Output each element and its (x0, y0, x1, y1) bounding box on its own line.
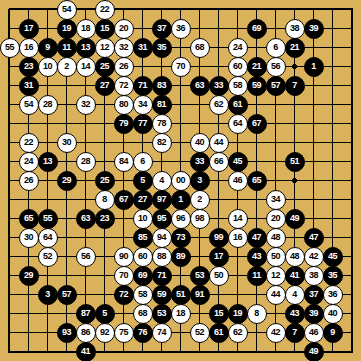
board-intersection[interactable] (323, 114, 342, 133)
board-intersection[interactable] (266, 0, 285, 19)
board-intersection[interactable] (247, 342, 266, 361)
board-intersection[interactable] (76, 171, 95, 190)
board-intersection[interactable] (0, 0, 19, 19)
board-intersection[interactable] (57, 76, 76, 95)
board-intersection[interactable] (323, 95, 342, 114)
board-intersection[interactable] (266, 152, 285, 171)
white-stone-50: 50 (209, 266, 229, 286)
board-intersection[interactable] (285, 114, 304, 133)
black-stone-17: 17 (209, 247, 229, 267)
white-stone-46: 46 (304, 323, 324, 343)
black-stone-49: 49 (304, 342, 324, 361)
board-intersection[interactable] (171, 38, 190, 57)
black-stone-25: 25 (95, 57, 115, 77)
board-intersection[interactable] (228, 247, 247, 266)
board-intersection[interactable] (95, 152, 114, 171)
board-intersection[interactable] (0, 266, 19, 285)
black-stone-77: 77 (133, 114, 153, 134)
black-stone-27: 27 (133, 190, 153, 210)
board-intersection[interactable] (171, 95, 190, 114)
board-intersection[interactable] (266, 95, 285, 114)
board-intersection[interactable] (285, 133, 304, 152)
white-stone-34: 34 (133, 95, 153, 115)
board-intersection[interactable] (247, 0, 266, 19)
board-intersection[interactable] (209, 190, 228, 209)
board-intersection[interactable] (190, 114, 209, 133)
board-intersection[interactable] (342, 285, 361, 304)
board-intersection[interactable] (228, 19, 247, 38)
board-intersection[interactable] (342, 228, 361, 247)
board-intersection[interactable] (114, 209, 133, 228)
board-intersection[interactable] (19, 342, 38, 361)
black-stone-5: 5 (95, 304, 115, 324)
board-intersection[interactable] (76, 114, 95, 133)
board-intersection[interactable] (0, 133, 19, 152)
white-stone-20: 20 (266, 209, 286, 229)
black-stone-13: 13 (38, 152, 58, 172)
board-intersection[interactable] (19, 0, 38, 19)
black-stone-7: 7 (285, 323, 305, 343)
board-intersection[interactable] (266, 114, 285, 133)
white-stone-6: 6 (133, 152, 153, 172)
board-intersection[interactable] (247, 38, 266, 57)
board-intersection[interactable] (342, 152, 361, 171)
board-intersection[interactable] (266, 342, 285, 361)
white-stone-42: 42 (304, 247, 324, 267)
board-intersection[interactable] (95, 266, 114, 285)
board-intersection[interactable] (0, 95, 19, 114)
white-stone-62: 62 (228, 323, 248, 343)
board-intersection[interactable] (209, 171, 228, 190)
board-intersection[interactable] (304, 133, 323, 152)
board-intersection[interactable] (304, 190, 323, 209)
white-stone-26: 26 (19, 171, 39, 191)
board-intersection[interactable] (342, 95, 361, 114)
white-stone-12: 12 (266, 266, 286, 286)
white-stone-56: 56 (76, 247, 96, 267)
board-intersection[interactable] (19, 247, 38, 266)
board-intersection[interactable] (323, 57, 342, 76)
white-stone-8: 8 (95, 190, 115, 210)
board-intersection[interactable] (323, 133, 342, 152)
board-intersection[interactable] (323, 76, 342, 95)
board-intersection[interactable] (228, 190, 247, 209)
board-intersection[interactable] (76, 190, 95, 209)
white-stone-14: 14 (228, 209, 248, 229)
board-intersection[interactable] (0, 76, 19, 95)
board-intersection[interactable] (57, 152, 76, 171)
board-intersection[interactable] (57, 247, 76, 266)
board-intersection[interactable] (209, 114, 228, 133)
board-intersection[interactable] (133, 19, 152, 38)
white-stone-66: 66 (209, 152, 229, 172)
board-intersection[interactable] (152, 342, 171, 361)
board-intersection[interactable] (76, 266, 95, 285)
board-intersection[interactable] (38, 190, 57, 209)
board-intersection[interactable] (342, 342, 361, 361)
board-intersection[interactable] (190, 57, 209, 76)
board-intersection[interactable] (228, 285, 247, 304)
board-intersection[interactable] (19, 304, 38, 323)
board-intersection[interactable] (171, 133, 190, 152)
board-intersection[interactable] (247, 209, 266, 228)
board-intersection[interactable] (76, 76, 95, 95)
black-stone-89: 89 (171, 247, 191, 267)
board-intersection[interactable] (38, 114, 57, 133)
board-intersection[interactable] (247, 152, 266, 171)
board-intersection[interactable] (38, 323, 57, 342)
black-stone-3: 3 (190, 171, 210, 191)
board-intersection[interactable] (323, 38, 342, 57)
board-intersection[interactable] (114, 342, 133, 361)
white-stone-32: 32 (114, 38, 134, 58)
board-intersection[interactable] (0, 323, 19, 342)
board-intersection[interactable] (285, 0, 304, 19)
black-stone-63: 63 (76, 209, 96, 229)
board-intersection[interactable] (95, 95, 114, 114)
black-stone-53: 53 (190, 266, 210, 286)
white-stone-74: 74 (152, 323, 172, 343)
black-stone-81: 81 (152, 95, 172, 115)
board-intersection[interactable] (95, 228, 114, 247)
board-intersection[interactable] (38, 171, 57, 190)
board-intersection[interactable] (133, 342, 152, 361)
board-intersection[interactable] (171, 152, 190, 171)
board-intersection[interactable] (114, 171, 133, 190)
board-intersection[interactable] (342, 38, 361, 57)
board-intersection[interactable] (0, 190, 19, 209)
black-stone-59: 59 (247, 76, 267, 96)
board-intersection[interactable] (133, 133, 152, 152)
board-intersection[interactable] (95, 114, 114, 133)
board-intersection[interactable] (76, 228, 95, 247)
board-intersection[interactable] (76, 133, 95, 152)
board-intersection[interactable] (342, 0, 361, 19)
white-stone-70: 70 (171, 57, 191, 77)
board-intersection[interactable] (209, 0, 228, 19)
white-stone-72: 72 (114, 76, 134, 96)
white-stone-48: 48 (285, 247, 305, 267)
board-intersection[interactable] (57, 114, 76, 133)
white-stone-28: 28 (38, 95, 58, 115)
black-stone-45: 45 (228, 152, 248, 172)
white-stone-70: 70 (114, 266, 134, 286)
board-intersection[interactable] (304, 171, 323, 190)
white-stone-12: 12 (95, 38, 115, 58)
white-stone-00: 00 (171, 171, 191, 191)
board-intersection[interactable] (323, 171, 342, 190)
board-intersection[interactable] (0, 304, 19, 323)
board-intersection[interactable] (57, 304, 76, 323)
black-stone-7: 7 (285, 76, 305, 96)
board-intersection[interactable] (266, 19, 285, 38)
board-intersection[interactable] (19, 323, 38, 342)
board-intersection[interactable] (342, 190, 361, 209)
board-intersection[interactable] (38, 342, 57, 361)
board-intersection[interactable] (0, 171, 19, 190)
board-intersection[interactable] (57, 190, 76, 209)
board-intersection[interactable] (95, 342, 114, 361)
board-intersection[interactable] (285, 342, 304, 361)
board-intersection[interactable] (209, 285, 228, 304)
board-intersection[interactable] (152, 57, 171, 76)
board-intersection[interactable] (228, 342, 247, 361)
black-stone-1: 1 (304, 57, 324, 77)
board-intersection[interactable] (95, 247, 114, 266)
black-stone-19: 19 (228, 304, 248, 324)
board-intersection[interactable] (342, 323, 361, 342)
black-stone-11: 11 (57, 38, 77, 58)
white-stone-10: 10 (38, 57, 58, 77)
white-stone-80: 80 (114, 95, 134, 115)
black-stone-27: 27 (95, 76, 115, 96)
board-intersection[interactable] (285, 57, 304, 76)
white-stone-86: 86 (76, 323, 96, 343)
white-stone-28: 28 (76, 152, 96, 172)
board-intersection[interactable] (19, 114, 38, 133)
board-intersection[interactable] (114, 304, 133, 323)
board-intersection[interactable] (190, 95, 209, 114)
board-intersection[interactable] (247, 133, 266, 152)
black-stone-3: 3 (38, 285, 58, 305)
white-stone-26: 26 (114, 57, 134, 77)
board-intersection[interactable] (209, 209, 228, 228)
black-stone-65: 65 (19, 209, 39, 229)
board-intersection[interactable] (342, 57, 361, 76)
board-intersection[interactable] (38, 19, 57, 38)
board-intersection[interactable] (114, 228, 133, 247)
board-intersection[interactable] (114, 0, 133, 19)
board-intersection[interactable] (0, 114, 19, 133)
board-intersection[interactable] (342, 171, 361, 190)
white-stone-96: 96 (171, 209, 191, 229)
white-stone-52: 52 (38, 247, 58, 267)
board-intersection[interactable] (304, 209, 323, 228)
white-stone-38: 38 (304, 266, 324, 286)
board-intersection[interactable] (190, 19, 209, 38)
board-intersection[interactable] (209, 342, 228, 361)
board-intersection[interactable] (190, 228, 209, 247)
white-stone-78: 78 (152, 114, 172, 134)
board-intersection[interactable] (57, 209, 76, 228)
black-stone-51: 51 (171, 285, 191, 305)
white-stone-24: 24 (19, 152, 39, 172)
white-stone-8: 8 (247, 304, 267, 324)
board-intersection[interactable] (209, 38, 228, 57)
black-stone-76: 76 (133, 323, 153, 343)
board-intersection[interactable] (285, 171, 304, 190)
white-stone-90: 90 (114, 247, 134, 267)
board-intersection[interactable] (266, 171, 285, 190)
board-intersection[interactable] (0, 342, 19, 361)
black-stone-61: 61 (228, 95, 248, 115)
board-intersection[interactable] (171, 342, 190, 361)
black-stone-31: 31 (133, 38, 153, 58)
board-intersection[interactable] (38, 133, 57, 152)
board-intersection[interactable] (57, 342, 76, 361)
go-board: 5422171918152037366938395516911131232313… (0, 0, 361, 361)
board-intersection[interactable] (323, 19, 342, 38)
black-stone-1: 1 (171, 190, 191, 210)
board-intersection[interactable] (190, 342, 209, 361)
black-stone-21: 21 (247, 57, 267, 77)
white-stone-92: 92 (95, 323, 115, 343)
black-stone-15: 15 (209, 304, 229, 324)
board-intersection[interactable] (323, 0, 342, 19)
board-intersection[interactable] (190, 0, 209, 19)
black-stone-15: 15 (95, 19, 115, 39)
board-intersection[interactable] (285, 228, 304, 247)
white-stone-38: 38 (285, 19, 305, 39)
board-intersection[interactable] (171, 266, 190, 285)
board-intersection[interactable] (0, 209, 19, 228)
black-stone-97: 97 (152, 190, 172, 210)
white-stone-68: 68 (133, 304, 153, 324)
white-stone-36: 36 (171, 19, 191, 39)
board-intersection[interactable] (304, 114, 323, 133)
white-stone-68: 68 (190, 38, 210, 58)
board-intersection[interactable] (0, 57, 19, 76)
board-intersection[interactable] (133, 57, 152, 76)
board-intersection[interactable] (152, 152, 171, 171)
board-intersection[interactable] (0, 228, 19, 247)
white-stone-46: 46 (228, 171, 248, 191)
board-intersection[interactable] (95, 285, 114, 304)
black-stone-11: 11 (247, 266, 267, 286)
board-intersection[interactable] (342, 19, 361, 38)
board-intersection[interactable] (247, 95, 266, 114)
black-stone-33: 33 (190, 152, 210, 172)
board-intersection[interactable] (38, 304, 57, 323)
board-intersection[interactable] (76, 0, 95, 19)
board-intersection[interactable] (323, 209, 342, 228)
board-intersection[interactable] (0, 152, 19, 171)
board-intersection[interactable] (209, 19, 228, 38)
board-intersection[interactable] (190, 304, 209, 323)
board-intersection[interactable] (342, 209, 361, 228)
board-intersection[interactable] (342, 304, 361, 323)
board-intersection[interactable] (323, 228, 342, 247)
black-stone-69: 69 (247, 19, 267, 39)
board-intersection[interactable] (342, 133, 361, 152)
board-intersection[interactable] (285, 95, 304, 114)
board-intersection[interactable] (0, 285, 19, 304)
board-intersection[interactable] (171, 0, 190, 19)
white-stone-54: 54 (19, 95, 39, 115)
board-intersection[interactable] (76, 285, 95, 304)
board-intersection[interactable] (152, 0, 171, 19)
white-stone-75: 75 (114, 323, 134, 343)
board-intersection[interactable] (266, 133, 285, 152)
board-intersection[interactable] (38, 0, 57, 19)
board-intersection[interactable] (228, 133, 247, 152)
black-stone-25: 25 (95, 171, 115, 191)
black-stone-43: 43 (285, 304, 305, 324)
board-intersection[interactable] (38, 76, 57, 95)
board-intersection[interactable] (114, 133, 133, 152)
board-intersection[interactable] (342, 114, 361, 133)
board-intersection[interactable] (95, 133, 114, 152)
board-intersection[interactable] (247, 190, 266, 209)
board-intersection[interactable] (342, 247, 361, 266)
board-intersection[interactable] (57, 228, 76, 247)
white-stone-16: 16 (19, 38, 39, 58)
board-intersection[interactable] (247, 285, 266, 304)
board-intersection[interactable] (228, 266, 247, 285)
board-intersection[interactable] (266, 304, 285, 323)
white-stone-44: 44 (266, 285, 286, 305)
board-intersection[interactable] (19, 190, 38, 209)
board-intersection[interactable] (304, 76, 323, 95)
board-intersection[interactable] (304, 0, 323, 19)
black-stone-67: 67 (114, 190, 134, 210)
board-intersection[interactable] (247, 323, 266, 342)
white-stone-82: 82 (152, 133, 172, 153)
white-stone-62: 62 (209, 95, 229, 115)
black-stone-41: 41 (76, 342, 96, 361)
board-intersection[interactable] (0, 247, 19, 266)
black-stone-41: 41 (285, 266, 305, 286)
board-intersection[interactable] (57, 266, 76, 285)
black-stone-13: 13 (76, 38, 96, 58)
black-stone-37: 37 (152, 19, 172, 39)
board-intersection[interactable] (171, 114, 190, 133)
white-stone-98: 98 (190, 209, 210, 229)
board-intersection[interactable] (323, 342, 342, 361)
board-intersection[interactable] (323, 152, 342, 171)
black-stone-35: 35 (323, 266, 343, 286)
white-stone-58: 58 (133, 285, 153, 305)
board-intersection[interactable] (209, 57, 228, 76)
board-intersection[interactable] (304, 152, 323, 171)
white-stone-60: 60 (133, 247, 153, 267)
board-intersection[interactable] (171, 323, 190, 342)
board-intersection[interactable] (285, 190, 304, 209)
black-stone-21: 21 (285, 38, 305, 58)
board-intersection[interactable] (304, 95, 323, 114)
black-stone-91: 91 (190, 285, 210, 305)
white-stone-52: 52 (190, 323, 210, 343)
board-intersection[interactable] (323, 190, 342, 209)
board-intersection[interactable] (57, 95, 76, 114)
white-stone-44: 44 (209, 133, 229, 153)
board-intersection[interactable] (0, 19, 19, 38)
black-stone-99: 99 (209, 228, 229, 248)
board-intersection[interactable] (133, 0, 152, 19)
black-stone-57: 57 (266, 76, 286, 96)
black-stone-87: 87 (76, 304, 96, 324)
white-stone-4: 4 (152, 171, 172, 191)
white-stone-32: 32 (76, 95, 96, 115)
black-stone-39: 39 (304, 304, 324, 324)
white-stone-64: 64 (38, 228, 58, 248)
board-intersection[interactable] (342, 266, 361, 285)
board-intersection[interactable] (304, 38, 323, 57)
black-stone-57: 57 (57, 285, 77, 305)
white-stone-18: 18 (76, 19, 96, 39)
board-intersection[interactable] (228, 0, 247, 19)
black-stone-59: 59 (152, 285, 172, 305)
board-intersection[interactable] (171, 76, 190, 95)
white-stone-88: 88 (152, 247, 172, 267)
white-stone-24: 24 (228, 38, 248, 58)
board-intersection[interactable] (19, 285, 38, 304)
board-intersection[interactable] (38, 266, 57, 285)
black-stone-49: 49 (285, 209, 305, 229)
board-intersection[interactable] (190, 247, 209, 266)
board-intersection[interactable] (342, 76, 361, 95)
black-stone-69: 69 (133, 266, 153, 286)
